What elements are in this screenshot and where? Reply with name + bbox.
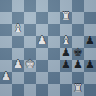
square-g1[interactable]: ♜ <box>72 84 84 96</box>
square-h3[interactable]: ♟ <box>84 60 96 72</box>
square-h8[interactable] <box>84 0 96 12</box>
square-a2[interactable]: ♟ <box>0 72 12 84</box>
square-h7[interactable] <box>84 12 96 24</box>
square-a7[interactable] <box>0 12 12 24</box>
square-e1[interactable] <box>48 84 60 96</box>
square-h5[interactable]: ♟ <box>84 36 96 48</box>
white-king[interactable]: ♚ <box>24 59 36 71</box>
square-e6[interactable] <box>48 24 60 36</box>
square-d2[interactable] <box>36 72 48 84</box>
square-d3[interactable] <box>36 60 48 72</box>
square-a6[interactable] <box>0 24 12 36</box>
square-b5[interactable] <box>12 36 24 48</box>
square-b6[interactable]: ♝ <box>12 24 24 36</box>
square-g6[interactable] <box>72 24 84 36</box>
square-e7[interactable] <box>48 12 60 24</box>
square-f3[interactable]: ♟ <box>60 60 72 72</box>
square-g7[interactable] <box>72 12 84 24</box>
square-b3[interactable]: ♟ <box>12 60 24 72</box>
black-pawn[interactable]: ♟ <box>84 35 96 47</box>
white-bishop[interactable]: ♝ <box>12 23 24 35</box>
square-e3[interactable] <box>48 60 60 72</box>
white-rook[interactable]: ♜ <box>60 11 72 23</box>
square-g8[interactable] <box>72 0 84 12</box>
square-d7[interactable] <box>36 12 48 24</box>
square-d4[interactable] <box>36 48 48 60</box>
square-c2[interactable] <box>24 72 36 84</box>
square-e5[interactable] <box>48 36 60 48</box>
square-f7[interactable]: ♜ <box>60 12 72 24</box>
square-b1[interactable] <box>12 84 24 96</box>
square-c5[interactable] <box>24 36 36 48</box>
square-h2[interactable] <box>84 72 96 84</box>
chess-board: ♜♝♟♝♟♟♚♟♚♟♟♟♟♜ <box>0 0 96 96</box>
black-pawn[interactable]: ♟ <box>72 59 84 71</box>
square-d8[interactable] <box>36 0 48 12</box>
square-e8[interactable] <box>48 0 60 12</box>
square-c8[interactable] <box>24 0 36 12</box>
square-g3[interactable]: ♟ <box>72 60 84 72</box>
square-f1[interactable] <box>60 84 72 96</box>
square-a1[interactable] <box>0 84 12 96</box>
square-d1[interactable] <box>36 84 48 96</box>
square-e4[interactable] <box>48 48 60 60</box>
square-c6[interactable] <box>24 24 36 36</box>
white-pawn[interactable]: ♟ <box>0 71 12 83</box>
square-b2[interactable] <box>12 72 24 84</box>
white-rook[interactable]: ♜ <box>72 83 84 95</box>
square-c3[interactable]: ♚ <box>24 60 36 72</box>
square-c7[interactable] <box>24 12 36 24</box>
square-h1[interactable] <box>84 84 96 96</box>
square-e2[interactable] <box>48 72 60 84</box>
square-a8[interactable] <box>0 0 12 12</box>
square-b8[interactable] <box>12 0 24 12</box>
white-pawn[interactable]: ♟ <box>36 35 48 47</box>
square-c1[interactable] <box>24 84 36 96</box>
black-pawn[interactable]: ♟ <box>84 59 96 71</box>
square-d5[interactable]: ♟ <box>36 36 48 48</box>
square-a5[interactable] <box>0 36 12 48</box>
white-pawn[interactable]: ♟ <box>12 59 24 71</box>
square-f2[interactable] <box>60 72 72 84</box>
black-pawn[interactable]: ♟ <box>60 59 72 71</box>
square-a4[interactable] <box>0 48 12 60</box>
